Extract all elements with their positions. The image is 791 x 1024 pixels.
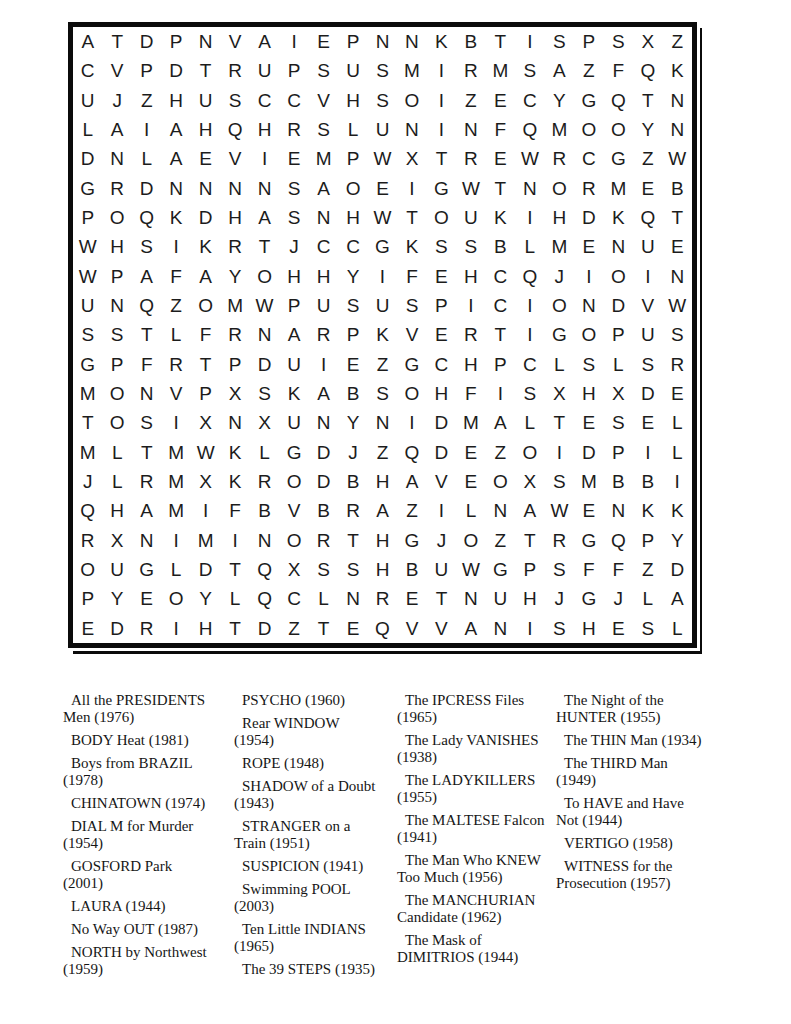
- grid-cell: M: [486, 56, 515, 85]
- grid-cell: I: [456, 291, 485, 320]
- grid-cell: T: [191, 56, 220, 85]
- grid-cell: S: [368, 379, 397, 408]
- grid-cell: R: [220, 56, 249, 85]
- grid-cell: G: [574, 584, 603, 613]
- word-list-item: CHINATOWN (1974): [63, 795, 221, 812]
- grid-cell: B: [309, 496, 338, 525]
- grid-cell: K: [486, 203, 515, 232]
- grid-cell: L: [338, 115, 367, 144]
- grid-cell: T: [633, 86, 662, 115]
- grid-cell: M: [73, 438, 102, 467]
- grid-cell: I: [397, 408, 426, 437]
- grid-cell: T: [486, 27, 515, 56]
- grid-cell: A: [309, 379, 338, 408]
- grid-cell: J: [604, 584, 633, 613]
- grid-cell: E: [486, 144, 515, 173]
- grid-cell: A: [161, 115, 190, 144]
- grid-cell: L: [220, 584, 249, 613]
- grid-cell: L: [309, 584, 338, 613]
- grid-cell: M: [545, 232, 574, 261]
- grid-cell: P: [102, 262, 131, 291]
- grid-cell: X: [191, 467, 220, 496]
- grid-cell: H: [161, 86, 190, 115]
- word-list-item: The THIRD Man (1949): [556, 755, 718, 789]
- grid-cell: A: [456, 614, 485, 643]
- grid-cell: P: [73, 584, 102, 613]
- grid-cell: N: [368, 27, 397, 56]
- grid-cell: U: [191, 86, 220, 115]
- grid-cell: D: [102, 614, 131, 643]
- grid-cell: E: [574, 408, 603, 437]
- grid-cell: P: [427, 291, 456, 320]
- grid-cell: P: [338, 27, 367, 56]
- grid-cell: E: [663, 232, 692, 261]
- grid-cell: Q: [604, 526, 633, 555]
- grid-cell: W: [663, 144, 692, 173]
- word-list-column-2: PSYCHO (1960)Rear WINDOW (1954)ROPE (194…: [234, 692, 389, 984]
- grid-cell: N: [456, 115, 485, 144]
- grid-cell: U: [73, 86, 102, 115]
- grid-cell: Y: [191, 584, 220, 613]
- grid-cell: A: [132, 496, 161, 525]
- grid-cell: O: [279, 526, 308, 555]
- grid-cell: D: [191, 203, 220, 232]
- grid-cell: L: [663, 614, 692, 643]
- grid-cell: B: [338, 379, 367, 408]
- word-list-item: PSYCHO (1960): [234, 692, 389, 709]
- grid-cell: D: [604, 291, 633, 320]
- grid-cell: M: [604, 174, 633, 203]
- grid-cell: T: [309, 614, 338, 643]
- grid-cell: Z: [161, 291, 190, 320]
- grid-cell: Z: [368, 438, 397, 467]
- grid-cell: N: [250, 174, 279, 203]
- grid-cell: Q: [132, 291, 161, 320]
- grid-cell: H: [191, 614, 220, 643]
- grid-cell: S: [279, 174, 308, 203]
- grid-cell: O: [102, 408, 131, 437]
- grid-cell: K: [663, 496, 692, 525]
- grid-cell: T: [220, 555, 249, 584]
- grid-cell: W: [250, 291, 279, 320]
- word-list-item: NORTH by Northwest (1959): [63, 944, 221, 978]
- grid-cell: V: [161, 379, 190, 408]
- grid-cell: H: [309, 262, 338, 291]
- grid-cell: G: [73, 350, 102, 379]
- word-list-item: The Lady VANISHES (1938): [397, 732, 559, 766]
- grid-cell: F: [486, 115, 515, 144]
- grid-cell: K: [279, 379, 308, 408]
- grid-cell: D: [309, 467, 338, 496]
- grid-cell: Z: [397, 496, 426, 525]
- grid-cell: N: [132, 379, 161, 408]
- grid-cell: R: [132, 614, 161, 643]
- grid-cell: H: [368, 526, 397, 555]
- grid-cell: I: [220, 526, 249, 555]
- grid-cell: Z: [368, 350, 397, 379]
- word-list-column-4: The Night of the HUNTER (1955)The THIN M…: [556, 692, 718, 898]
- grid-cell: A: [663, 584, 692, 613]
- grid-cell: U: [368, 115, 397, 144]
- grid-cell: K: [604, 203, 633, 232]
- grid-cell: N: [663, 86, 692, 115]
- grid-cell: E: [397, 584, 426, 613]
- word-list-item: LAURA (1944): [63, 898, 221, 915]
- grid-cell: D: [427, 408, 456, 437]
- grid-cell: D: [132, 174, 161, 203]
- grid-cell: P: [161, 27, 190, 56]
- grid-cell: R: [73, 526, 102, 555]
- grid-cell: O: [338, 174, 367, 203]
- grid-cell: R: [220, 232, 249, 261]
- grid-cell: I: [427, 496, 456, 525]
- grid-cell: R: [132, 467, 161, 496]
- grid-cell: S: [515, 56, 544, 85]
- grid-cell: P: [102, 350, 131, 379]
- grid-cell: J: [73, 467, 102, 496]
- grid-cell: B: [663, 174, 692, 203]
- grid-cell: N: [191, 27, 220, 56]
- grid-cell: O: [279, 467, 308, 496]
- grid-cell: E: [633, 408, 662, 437]
- grid-cell: J: [545, 584, 574, 613]
- grid-cell: L: [545, 350, 574, 379]
- grid-cell: C: [486, 291, 515, 320]
- grid-cell: X: [633, 27, 662, 56]
- grid-cell: O: [486, 467, 515, 496]
- grid-cell: O: [574, 115, 603, 144]
- grid-cell: A: [309, 174, 338, 203]
- grid-cell: L: [456, 496, 485, 525]
- grid-cell: S: [663, 320, 692, 349]
- grid-cell: T: [132, 438, 161, 467]
- grid-cell: E: [427, 320, 456, 349]
- grid-cell: K: [220, 467, 249, 496]
- grid-cell: Z: [486, 526, 515, 555]
- grid-cell: Q: [515, 262, 544, 291]
- grid-cell: O: [515, 438, 544, 467]
- grid-cell: Y: [338, 408, 367, 437]
- grid-cell: G: [73, 174, 102, 203]
- grid-cell: Y: [545, 86, 574, 115]
- grid-cell: D: [574, 203, 603, 232]
- word-list-item: The IPCRESS Files (1965): [397, 692, 559, 726]
- grid-cell: M: [397, 56, 426, 85]
- grid-cell: G: [397, 350, 426, 379]
- grid-cell: R: [663, 350, 692, 379]
- word-list-item: ROPE (1948): [234, 755, 389, 772]
- grid-cell: X: [545, 379, 574, 408]
- grid-cell: E: [279, 144, 308, 173]
- grid-cell: G: [279, 438, 308, 467]
- grid-cell: V: [309, 86, 338, 115]
- grid-cell: R: [456, 144, 485, 173]
- grid-cell: V: [427, 467, 456, 496]
- grid-cell: H: [368, 467, 397, 496]
- grid-cell: I: [191, 496, 220, 525]
- word-list-item: SHADOW of a Doubt (1943): [234, 778, 389, 812]
- grid-cell: S: [338, 555, 367, 584]
- grid-cell: K: [397, 232, 426, 261]
- grid-cell: E: [574, 496, 603, 525]
- grid-cell: S: [368, 86, 397, 115]
- grid-cell: N: [338, 584, 367, 613]
- grid-cell: X: [250, 408, 279, 437]
- word-list-item: The THIN Man (1934): [556, 732, 718, 749]
- grid-cell: I: [515, 203, 544, 232]
- grid-cell: Q: [397, 438, 426, 467]
- grid-cell: G: [604, 144, 633, 173]
- grid-cell: I: [161, 232, 190, 261]
- grid-cell: S: [515, 379, 544, 408]
- grid-cell: V: [220, 27, 249, 56]
- grid-cell: Q: [250, 555, 279, 584]
- grid-cell: R: [102, 174, 131, 203]
- grid-cell: P: [73, 203, 102, 232]
- grid-cell: H: [574, 614, 603, 643]
- grid-cell: E: [456, 467, 485, 496]
- grid-cell: N: [574, 291, 603, 320]
- grid-cell: R: [279, 115, 308, 144]
- grid-cell: Q: [132, 203, 161, 232]
- grid-cell: X: [397, 144, 426, 173]
- grid-cell: R: [309, 526, 338, 555]
- grid-cell: U: [486, 584, 515, 613]
- grid-cell: L: [161, 320, 190, 349]
- grid-cell: R: [545, 526, 574, 555]
- grid-cell: T: [220, 614, 249, 643]
- grid-cell: V: [220, 144, 249, 173]
- grid-cell: N: [309, 203, 338, 232]
- grid-cell: N: [250, 320, 279, 349]
- grid-cell: H: [338, 203, 367, 232]
- grid-cell: H: [191, 115, 220, 144]
- word-list-item: The MANCHURIAN Candidate (1962): [397, 892, 559, 926]
- grid-cell: N: [486, 614, 515, 643]
- grid-cell: N: [604, 232, 633, 261]
- grid-cell: B: [604, 467, 633, 496]
- grid-cell: M: [73, 379, 102, 408]
- grid-cell: I: [574, 262, 603, 291]
- grid-cell: D: [633, 379, 662, 408]
- grid-cell: Q: [633, 56, 662, 85]
- grid-cell: T: [545, 408, 574, 437]
- grid-cell: E: [574, 232, 603, 261]
- grid-cell: T: [191, 350, 220, 379]
- grid-cell: O: [397, 379, 426, 408]
- grid-cell: C: [279, 86, 308, 115]
- word-list-item: VERTIGO (1958): [556, 835, 718, 852]
- grid-cell: X: [515, 467, 544, 496]
- grid-cell: A: [132, 262, 161, 291]
- grid-cell: W: [191, 438, 220, 467]
- grid-cell: A: [545, 56, 574, 85]
- grid-cell: F: [132, 350, 161, 379]
- grid-cell: P: [633, 526, 662, 555]
- grid-cell: C: [279, 584, 308, 613]
- grid-cell: O: [574, 320, 603, 349]
- grid-cell: N: [250, 526, 279, 555]
- grid-cell: S: [545, 27, 574, 56]
- grid-cell: U: [73, 291, 102, 320]
- grid-cell: D: [309, 438, 338, 467]
- grid-cell: D: [73, 144, 102, 173]
- grid-cell: G: [574, 526, 603, 555]
- grid-cell: G: [427, 174, 456, 203]
- grid-cell: N: [191, 174, 220, 203]
- word-list: All the PRESIDENTS Men (1976)BODY Heat (…: [0, 692, 791, 992]
- grid-cell: E: [368, 174, 397, 203]
- grid-cell: T: [663, 203, 692, 232]
- grid-cell: C: [515, 86, 544, 115]
- grid-cell: U: [279, 408, 308, 437]
- grid-cell: I: [161, 408, 190, 437]
- grid-cell: A: [73, 27, 102, 56]
- grid-cell: P: [132, 56, 161, 85]
- grid-cell: T: [102, 27, 131, 56]
- grid-cell: N: [663, 115, 692, 144]
- grid-cell: X: [604, 379, 633, 408]
- grid-cell: V: [427, 614, 456, 643]
- grid-cell: U: [250, 56, 279, 85]
- grid-cell: M: [161, 438, 190, 467]
- grid-cell: D: [161, 56, 190, 85]
- grid-cell: O: [102, 379, 131, 408]
- grid-cell: A: [161, 144, 190, 173]
- grid-cell: O: [191, 291, 220, 320]
- word-list-item: DIAL M for Murder (1954): [63, 818, 221, 852]
- grid-cell: I: [368, 262, 397, 291]
- grid-cell: A: [191, 262, 220, 291]
- grid-cell: N: [132, 526, 161, 555]
- grid-cell: H: [338, 86, 367, 115]
- grid-cell: N: [102, 144, 131, 173]
- word-list-item: The MALTESE Falcon (1941): [397, 812, 559, 846]
- grid-cell: E: [604, 614, 633, 643]
- grid-cell: H: [220, 203, 249, 232]
- grid-cell: O: [102, 203, 131, 232]
- grid-cell: S: [309, 115, 338, 144]
- grid-cell: O: [545, 291, 574, 320]
- grid-cell: C: [427, 350, 456, 379]
- grid-cell: G: [574, 86, 603, 115]
- grid-cell: I: [515, 291, 544, 320]
- grid-cell: S: [456, 232, 485, 261]
- grid-cell: M: [220, 291, 249, 320]
- grid-cell: N: [102, 291, 131, 320]
- grid-cell: R: [574, 174, 603, 203]
- grid-cell: I: [633, 438, 662, 467]
- grid-cell: R: [161, 350, 190, 379]
- grid-cell: F: [604, 555, 633, 584]
- grid-cell: H: [456, 262, 485, 291]
- grid-cell: Y: [663, 526, 692, 555]
- grid-cell: Q: [368, 614, 397, 643]
- grid-cell: H: [427, 379, 456, 408]
- grid-cell: Y: [220, 262, 249, 291]
- grid-cell: L: [73, 115, 102, 144]
- grid-cell: W: [663, 291, 692, 320]
- grid-cell: K: [191, 232, 220, 261]
- grid-cell: W: [73, 232, 102, 261]
- grid-cell: X: [220, 379, 249, 408]
- grid-cell: I: [161, 614, 190, 643]
- word-list-item: The 39 STEPS (1935): [234, 961, 389, 978]
- word-search-grid: ATDPNVAIEPNNKBTISPSXZCVPDTRUPSUSMIRMSAZF…: [68, 22, 697, 648]
- grid-cell: N: [486, 496, 515, 525]
- word-list-item: Boys from BRAZIL (1978): [63, 755, 221, 789]
- grid-cell: D: [663, 555, 692, 584]
- grid-cell: E: [427, 262, 456, 291]
- grid-cell: H: [250, 115, 279, 144]
- grid-cell: F: [220, 496, 249, 525]
- grid-cell: H: [279, 262, 308, 291]
- grid-cell: W: [456, 174, 485, 203]
- grid-cell: Z: [279, 614, 308, 643]
- grid-cell: O: [545, 174, 574, 203]
- grid-cell: R: [250, 467, 279, 496]
- grid-cell: I: [427, 56, 456, 85]
- word-list-item: All the PRESIDENTS Men (1976): [63, 692, 221, 726]
- grid-cell: B: [338, 467, 367, 496]
- grid-cell: C: [515, 350, 544, 379]
- grid-cell: M: [161, 467, 190, 496]
- word-list-item: Rear WINDOW (1954): [234, 715, 389, 749]
- grid-cell: S: [279, 203, 308, 232]
- grid-cell: D: [132, 27, 161, 56]
- grid-cell: S: [309, 555, 338, 584]
- grid-cell: P: [604, 438, 633, 467]
- grid-cell: A: [250, 203, 279, 232]
- grid-cell: H: [102, 496, 131, 525]
- grid-cell: N: [220, 174, 249, 203]
- word-list-item: GOSFORD Park (2001): [63, 858, 221, 892]
- grid-cell: V: [102, 56, 131, 85]
- grid-cell: C: [486, 262, 515, 291]
- grid-cell: R: [368, 584, 397, 613]
- grid-cell: G: [132, 555, 161, 584]
- grid-cell: N: [368, 408, 397, 437]
- grid-cell: M: [456, 408, 485, 437]
- grid-cell: G: [397, 526, 426, 555]
- grid-cell: V: [397, 320, 426, 349]
- grid-cell: L: [250, 438, 279, 467]
- grid-cell: T: [486, 320, 515, 349]
- grid-cell: K: [633, 496, 662, 525]
- grid-cell: P: [338, 320, 367, 349]
- grid-cell: H: [102, 232, 131, 261]
- grid-cell: M: [161, 496, 190, 525]
- grid-cell: J: [338, 438, 367, 467]
- grid-cell: W: [368, 144, 397, 173]
- grid-cell: L: [102, 467, 131, 496]
- grid-cell: S: [545, 467, 574, 496]
- grid-cell: S: [545, 555, 574, 584]
- grid-cell: E: [191, 144, 220, 173]
- grid-cell: S: [250, 379, 279, 408]
- grid-cell: M: [574, 467, 603, 496]
- grid-cell: Z: [456, 86, 485, 115]
- grid-cell: A: [397, 467, 426, 496]
- grid-cell: V: [633, 291, 662, 320]
- word-list-item: No Way OUT (1987): [63, 921, 221, 938]
- grid-cell: E: [73, 614, 102, 643]
- grid-cell: B: [633, 467, 662, 496]
- grid-cell: K: [663, 56, 692, 85]
- grid-cell: Q: [73, 496, 102, 525]
- grid-cell: I: [309, 350, 338, 379]
- grid-cell: Q: [604, 86, 633, 115]
